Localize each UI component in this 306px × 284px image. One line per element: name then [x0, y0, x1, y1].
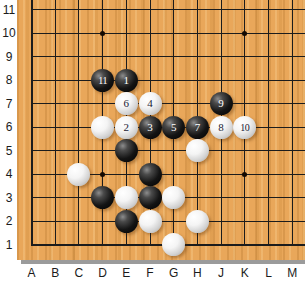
move-number-11: 11 — [98, 75, 107, 86]
column-label-K: K — [241, 266, 249, 280]
stone-K6[interactable]: 10 — [233, 116, 256, 139]
column-label-A: A — [27, 266, 35, 280]
move-number-2: 2 — [124, 122, 130, 133]
move-number-3: 3 — [147, 122, 153, 133]
stone-D8[interactable]: 11 — [91, 69, 114, 92]
stone-H2[interactable] — [186, 210, 209, 233]
grid-line-col-L — [268, 0, 269, 246]
column-label-B: B — [51, 266, 59, 280]
stone-E3[interactable] — [115, 186, 138, 209]
stone-J6[interactable]: 8 — [210, 116, 233, 139]
column-label-G: G — [169, 266, 178, 280]
stone-J7[interactable]: 9 — [210, 92, 233, 115]
move-number-10: 10 — [240, 122, 249, 133]
stone-E8[interactable]: 1 — [115, 69, 138, 92]
stone-F4[interactable] — [139, 163, 162, 186]
grid-line-row-10 — [31, 33, 306, 34]
grid-line-col-M — [292, 0, 293, 246]
row-label-8: 8 — [0, 73, 18, 87]
column-label-C: C — [75, 266, 84, 280]
column-label-J: J — [218, 266, 224, 280]
row-label-3: 3 — [0, 191, 18, 205]
grid-line-row-8 — [31, 80, 306, 81]
stone-D6[interactable] — [91, 116, 114, 139]
column-label-H: H — [193, 266, 202, 280]
star-point-K10 — [242, 31, 247, 36]
stone-H6[interactable]: 7 — [186, 116, 209, 139]
star-point-D10 — [100, 31, 105, 36]
move-number-7: 7 — [195, 122, 201, 133]
move-number-6: 6 — [124, 98, 130, 109]
grid-line-row-5 — [31, 150, 306, 151]
star-point-D4 — [100, 172, 105, 177]
grid-line-row-9 — [31, 56, 306, 57]
row-label-1: 1 — [0, 238, 18, 252]
move-number-5: 5 — [171, 122, 177, 133]
stone-E5[interactable] — [115, 139, 138, 162]
column-label-M: M — [287, 266, 297, 280]
board-shadow — [21, 260, 305, 264]
row-label-5: 5 — [0, 144, 18, 158]
column-label-E: E — [122, 266, 130, 280]
star-point-K4 — [242, 172, 247, 177]
stone-D3[interactable] — [91, 186, 114, 209]
go-diagram: ABCDEFGHJKLM11109876543211116492357810 — [0, 0, 305, 284]
row-label-7: 7 — [0, 97, 18, 111]
move-number-9: 9 — [218, 98, 224, 109]
column-label-F: F — [146, 266, 153, 280]
stone-F7[interactable]: 4 — [139, 92, 162, 115]
grid-line-row-2 — [31, 221, 306, 222]
stone-G6[interactable]: 5 — [162, 116, 185, 139]
stone-E7[interactable]: 6 — [115, 92, 138, 115]
row-label-11: 11 — [0, 3, 18, 17]
stone-F3[interactable] — [139, 186, 162, 209]
stone-E2[interactable] — [115, 210, 138, 233]
grid-line-col-A — [31, 0, 33, 246]
column-label-D: D — [98, 266, 107, 280]
stone-C4[interactable] — [67, 163, 90, 186]
stone-H5[interactable] — [186, 139, 209, 162]
grid-line-col-C — [78, 0, 79, 246]
stone-E6[interactable]: 2 — [115, 116, 138, 139]
row-label-9: 9 — [0, 50, 18, 64]
grid-line-col-B — [55, 0, 56, 246]
move-number-8: 8 — [218, 122, 224, 133]
stone-F6[interactable]: 3 — [139, 116, 162, 139]
grid-line-row-11 — [31, 9, 306, 10]
grid-line-row-7 — [31, 103, 306, 104]
move-number-4: 4 — [147, 98, 153, 109]
column-label-L: L — [265, 266, 272, 280]
row-label-4: 4 — [0, 167, 18, 181]
row-label-10: 10 — [0, 26, 18, 40]
stone-F2[interactable] — [139, 210, 162, 233]
row-label-6: 6 — [0, 120, 18, 134]
move-number-1: 1 — [124, 75, 130, 86]
row-label-2: 2 — [0, 214, 18, 228]
